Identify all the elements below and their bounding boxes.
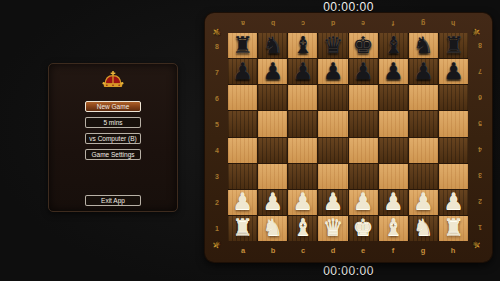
square-f4[interactable] — [379, 138, 408, 163]
square-f3[interactable] — [379, 164, 408, 189]
square-a1[interactable]: ♜ — [228, 216, 257, 241]
square-g8[interactable]: ♞ — [409, 33, 438, 58]
coordinate-label: 4 — [473, 137, 487, 163]
square-h1[interactable]: ♜ — [439, 216, 468, 241]
piece-white-pawn[interactable]: ♟ — [379, 190, 408, 213]
black-clock: 00:00:00 — [205, 0, 492, 14]
coordinate-label: h — [438, 244, 468, 256]
piece-white-rook[interactable]: ♜ — [228, 216, 257, 239]
piece-black-bishop[interactable]: ♝ — [379, 33, 408, 56]
square-f5[interactable] — [379, 111, 408, 136]
square-g2[interactable]: ♟ — [409, 190, 438, 215]
square-c2[interactable]: ♟ — [288, 190, 317, 215]
chess-board: ♜♞♝♛♚♝♞♜♟♟♟♟♟♟♟♟♟♟♟♟♟♟♟♟♜♞♝♛♚♝♞♜ — [228, 33, 468, 241]
square-b3[interactable] — [258, 164, 287, 189]
coordinate-label: g — [408, 244, 438, 256]
square-a8[interactable]: ♜ — [228, 33, 257, 58]
new-game-button[interactable]: New Game — [85, 101, 141, 112]
square-a4[interactable] — [228, 138, 257, 163]
game-settings-button[interactable]: Game Settings — [85, 149, 141, 160]
square-b5[interactable] — [258, 111, 287, 136]
coordinate-label: 6 — [210, 85, 224, 111]
square-a6[interactable] — [228, 85, 257, 110]
square-c4[interactable] — [288, 138, 317, 163]
square-h5[interactable] — [439, 111, 468, 136]
coordinate-label: d — [318, 244, 348, 256]
piece-black-pawn[interactable]: ♟ — [349, 59, 378, 82]
square-e8[interactable]: ♚ — [349, 33, 378, 58]
square-c3[interactable] — [288, 164, 317, 189]
square-e2[interactable]: ♟ — [349, 190, 378, 215]
coordinate-label: c — [288, 244, 318, 256]
piece-black-knight[interactable]: ♞ — [409, 33, 438, 56]
square-h2[interactable]: ♟ — [439, 190, 468, 215]
piece-black-pawn[interactable]: ♟ — [288, 59, 317, 82]
coordinate-label: g — [408, 18, 438, 30]
coordinate-label: 4 — [210, 137, 224, 163]
coordinate-label: e — [348, 18, 378, 30]
square-f6[interactable] — [379, 85, 408, 110]
piece-black-king[interactable]: ♚ — [349, 33, 378, 56]
square-d3[interactable] — [318, 164, 347, 189]
square-g4[interactable] — [409, 138, 438, 163]
square-d4[interactable] — [318, 138, 347, 163]
coordinate-label: 7 — [210, 59, 224, 85]
square-d5[interactable] — [318, 111, 347, 136]
square-f1[interactable]: ♝ — [379, 216, 408, 241]
square-e5[interactable] — [349, 111, 378, 136]
square-h4[interactable] — [439, 138, 468, 163]
piece-white-queen[interactable]: ♛ — [318, 216, 347, 239]
piece-white-pawn[interactable]: ♟ — [318, 190, 347, 213]
square-g1[interactable]: ♞ — [409, 216, 438, 241]
piece-white-pawn[interactable]: ♟ — [258, 190, 287, 213]
piece-white-bishop[interactable]: ♝ — [379, 216, 408, 239]
coordinate-label: 3 — [473, 163, 487, 189]
square-a7[interactable]: ♟ — [228, 59, 257, 84]
square-b6[interactable] — [258, 85, 287, 110]
square-d8[interactable]: ♛ — [318, 33, 347, 58]
square-b2[interactable]: ♟ — [258, 190, 287, 215]
game-menu-panel: New Game 5 mins vs Computer (B) Game Set… — [48, 63, 178, 212]
piece-white-pawn[interactable]: ♟ — [288, 190, 317, 213]
chess-board-frame: ⚜ ⚜ ⚜ ⚜ abcdefgh 87654321 87654321 abcde… — [205, 13, 492, 262]
square-b1[interactable]: ♞ — [258, 216, 287, 241]
piece-black-pawn[interactable]: ♟ — [318, 59, 347, 82]
square-g5[interactable] — [409, 111, 438, 136]
piece-white-rook[interactable]: ♜ — [439, 216, 468, 239]
square-c8[interactable]: ♝ — [288, 33, 317, 58]
square-g6[interactable] — [409, 85, 438, 110]
piece-white-knight[interactable]: ♞ — [409, 216, 438, 239]
square-a3[interactable] — [228, 164, 257, 189]
exit-app-button[interactable]: Exit App — [85, 195, 141, 206]
piece-black-queen[interactable]: ♛ — [318, 33, 347, 56]
square-c7[interactable]: ♟ — [288, 59, 317, 84]
coordinate-label: h — [438, 18, 468, 30]
coordinate-label: d — [318, 18, 348, 30]
opponent-mode-button[interactable]: vs Computer (B) — [85, 133, 141, 144]
square-b8[interactable]: ♞ — [258, 33, 287, 58]
coordinate-label: 5 — [210, 111, 224, 137]
coordinate-label: b — [258, 244, 288, 256]
white-clock: 00:00:00 — [205, 264, 492, 278]
square-d7[interactable]: ♟ — [318, 59, 347, 84]
square-e3[interactable] — [349, 164, 378, 189]
square-e7[interactable]: ♟ — [349, 59, 378, 84]
file-labels-top: abcdefgh — [228, 18, 468, 30]
square-b4[interactable] — [258, 138, 287, 163]
coordinate-label: 7 — [473, 59, 487, 85]
file-labels-bottom: abcdefgh — [228, 244, 468, 256]
square-d2[interactable]: ♟ — [318, 190, 347, 215]
piece-white-pawn[interactable]: ♟ — [409, 190, 438, 213]
crown-icon — [100, 71, 126, 91]
square-g3[interactable] — [409, 164, 438, 189]
piece-black-rook[interactable]: ♜ — [439, 33, 468, 56]
coordinate-label: 6 — [473, 85, 487, 111]
square-f2[interactable]: ♟ — [379, 190, 408, 215]
piece-white-pawn[interactable]: ♟ — [228, 190, 257, 213]
coordinate-label: 5 — [473, 111, 487, 137]
square-g7[interactable]: ♟ — [409, 59, 438, 84]
square-b7[interactable]: ♟ — [258, 59, 287, 84]
coordinate-label: 2 — [473, 189, 487, 215]
coordinate-label: 2 — [210, 189, 224, 215]
square-h6[interactable] — [439, 85, 468, 110]
piece-black-rook[interactable]: ♜ — [228, 33, 257, 56]
piece-black-pawn[interactable]: ♟ — [439, 59, 468, 82]
square-d1[interactable]: ♛ — [318, 216, 347, 241]
square-c1[interactable]: ♝ — [288, 216, 317, 241]
piece-white-knight[interactable]: ♞ — [258, 216, 287, 239]
coordinate-label: c — [288, 18, 318, 30]
square-e4[interactable] — [349, 138, 378, 163]
square-d6[interactable] — [318, 85, 347, 110]
piece-white-pawn[interactable]: ♟ — [349, 190, 378, 213]
coordinate-label: b — [258, 18, 288, 30]
square-c6[interactable] — [288, 85, 317, 110]
time-control-button[interactable]: 5 mins — [85, 117, 141, 128]
square-f7[interactable]: ♟ — [379, 59, 408, 84]
square-e1[interactable]: ♚ — [349, 216, 378, 241]
square-c5[interactable] — [288, 111, 317, 136]
coordinate-label: a — [228, 244, 258, 256]
coordinate-label: a — [228, 18, 258, 30]
coordinate-label: f — [378, 244, 408, 256]
piece-black-bishop[interactable]: ♝ — [288, 33, 317, 56]
piece-white-bishop[interactable]: ♝ — [288, 216, 317, 239]
square-a2[interactable]: ♟ — [228, 190, 257, 215]
piece-black-pawn[interactable]: ♟ — [258, 59, 287, 82]
piece-black-pawn[interactable]: ♟ — [228, 59, 257, 82]
rank-labels-left: 87654321 — [210, 33, 224, 241]
coordinate-label: f — [378, 18, 408, 30]
piece-black-pawn[interactable]: ♟ — [409, 59, 438, 82]
piece-white-king[interactable]: ♚ — [349, 216, 378, 239]
coordinate-label: e — [348, 244, 378, 256]
square-h8[interactable]: ♜ — [439, 33, 468, 58]
square-f8[interactable]: ♝ — [379, 33, 408, 58]
square-h3[interactable] — [439, 164, 468, 189]
piece-white-pawn[interactable]: ♟ — [439, 190, 468, 213]
square-e6[interactable] — [349, 85, 378, 110]
coordinate-label: 3 — [210, 163, 224, 189]
square-h7[interactable]: ♟ — [439, 59, 468, 84]
piece-black-knight[interactable]: ♞ — [258, 33, 287, 56]
piece-black-pawn[interactable]: ♟ — [379, 59, 408, 82]
square-a5[interactable] — [228, 111, 257, 136]
rank-labels-right: 87654321 — [473, 33, 487, 241]
